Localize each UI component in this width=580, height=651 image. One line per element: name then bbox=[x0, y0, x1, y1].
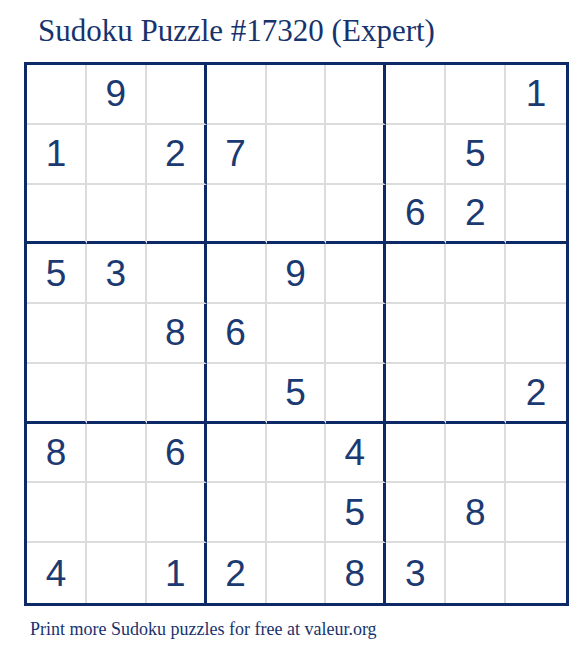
sudoku-cell-r4c6 bbox=[326, 244, 386, 304]
sudoku-cell-r5c1 bbox=[27, 304, 87, 364]
sudoku-cell-r5c2 bbox=[87, 304, 147, 364]
sudoku-cell-r4c2: 3 bbox=[87, 244, 147, 304]
sudoku-cell-r3c3 bbox=[147, 185, 207, 245]
sudoku-cell-r8c8: 8 bbox=[446, 483, 506, 543]
sudoku-cell-r5c5 bbox=[267, 304, 327, 364]
sudoku-cell-r8c4 bbox=[207, 483, 267, 543]
sudoku-cell-r7c8 bbox=[446, 424, 506, 484]
sudoku-cell-r8c5 bbox=[267, 483, 327, 543]
sudoku-cell-r2c2 bbox=[87, 125, 147, 185]
sudoku-cell-r3c1 bbox=[27, 185, 87, 245]
sudoku-cell-r4c8 bbox=[446, 244, 506, 304]
sudoku-cell-r5c9 bbox=[506, 304, 566, 364]
sudoku-cell-r9c5 bbox=[267, 543, 327, 603]
sudoku-cell-r4c9 bbox=[506, 244, 566, 304]
sudoku-cell-r9c1: 4 bbox=[27, 543, 87, 603]
sudoku-cell-r4c3 bbox=[147, 244, 207, 304]
sudoku-cell-r1c5 bbox=[267, 65, 327, 125]
sudoku-cell-r4c1: 5 bbox=[27, 244, 87, 304]
page-title: Sudoku Puzzle #17320 (Expert) bbox=[38, 13, 435, 49]
sudoku-cell-r6c6 bbox=[326, 364, 386, 424]
sudoku-cell-r9c9 bbox=[506, 543, 566, 603]
sudoku-cell-r7c3: 6 bbox=[147, 424, 207, 484]
sudoku-cell-r2c9 bbox=[506, 125, 566, 185]
sudoku-cell-r3c7: 6 bbox=[386, 185, 446, 245]
sudoku-cell-r4c7 bbox=[386, 244, 446, 304]
sudoku-cell-r1c1 bbox=[27, 65, 87, 125]
sudoku-cell-r3c6 bbox=[326, 185, 386, 245]
sudoku-cell-r8c7 bbox=[386, 483, 446, 543]
sudoku-cell-r2c1: 1 bbox=[27, 125, 87, 185]
sudoku-cell-r7c9 bbox=[506, 424, 566, 484]
sudoku-cell-r6c4 bbox=[207, 364, 267, 424]
sudoku-cell-r1c8 bbox=[446, 65, 506, 125]
sudoku-cell-r8c9 bbox=[506, 483, 566, 543]
sudoku-cell-r2c7 bbox=[386, 125, 446, 185]
sudoku-cell-r2c8: 5 bbox=[446, 125, 506, 185]
sudoku-cell-r6c8 bbox=[446, 364, 506, 424]
sudoku-cell-r6c3 bbox=[147, 364, 207, 424]
sudoku-cell-r7c7 bbox=[386, 424, 446, 484]
sudoku-cell-r9c3: 1 bbox=[147, 543, 207, 603]
sudoku-cell-r5c3: 8 bbox=[147, 304, 207, 364]
sudoku-cell-r3c4 bbox=[207, 185, 267, 245]
sudoku-cell-r8c1 bbox=[27, 483, 87, 543]
sudoku-cell-r6c2 bbox=[87, 364, 147, 424]
sudoku-cell-r9c2 bbox=[87, 543, 147, 603]
sudoku-cell-r9c6: 8 bbox=[326, 543, 386, 603]
sudoku-cell-r2c6 bbox=[326, 125, 386, 185]
sudoku-cell-r7c4 bbox=[207, 424, 267, 484]
sudoku-cell-r6c7 bbox=[386, 364, 446, 424]
sudoku-cell-r3c9 bbox=[506, 185, 566, 245]
sudoku-cell-r1c4 bbox=[207, 65, 267, 125]
sudoku-cell-r7c2 bbox=[87, 424, 147, 484]
sudoku-cell-r9c4: 2 bbox=[207, 543, 267, 603]
sudoku-cell-r2c4: 7 bbox=[207, 125, 267, 185]
sudoku-cell-r8c2 bbox=[87, 483, 147, 543]
sudoku-cell-r3c2 bbox=[87, 185, 147, 245]
sudoku-cell-r4c5: 9 bbox=[267, 244, 327, 304]
sudoku-cell-r3c5 bbox=[267, 185, 327, 245]
sudoku-cell-r6c5: 5 bbox=[267, 364, 327, 424]
sudoku-cell-r7c5 bbox=[267, 424, 327, 484]
sudoku-cell-r4c4 bbox=[207, 244, 267, 304]
sudoku-cell-r1c2: 9 bbox=[87, 65, 147, 125]
sudoku-cell-r9c7: 3 bbox=[386, 543, 446, 603]
sudoku-cell-r6c9: 2 bbox=[506, 364, 566, 424]
sudoku-cell-r5c4: 6 bbox=[207, 304, 267, 364]
sudoku-cell-r1c9: 1 bbox=[506, 65, 566, 125]
sudoku-cell-r1c3 bbox=[147, 65, 207, 125]
sudoku-cell-r5c6 bbox=[326, 304, 386, 364]
sudoku-cell-r7c6: 4 bbox=[326, 424, 386, 484]
sudoku-cell-r1c7 bbox=[386, 65, 446, 125]
sudoku-cell-r8c3 bbox=[147, 483, 207, 543]
footer-text: Print more Sudoku puzzles for free at va… bbox=[30, 619, 377, 640]
sudoku-board: 9112756253986528645841283 bbox=[24, 62, 569, 606]
sudoku-cell-r1c6 bbox=[326, 65, 386, 125]
sudoku-cell-r3c8: 2 bbox=[446, 185, 506, 245]
sudoku-cell-r7c1: 8 bbox=[27, 424, 87, 484]
sudoku-cell-r5c8 bbox=[446, 304, 506, 364]
sudoku-cell-r9c8 bbox=[446, 543, 506, 603]
sudoku-cell-r2c5 bbox=[267, 125, 327, 185]
sudoku-cell-r2c3: 2 bbox=[147, 125, 207, 185]
sudoku-cell-r5c7 bbox=[386, 304, 446, 364]
sudoku-cell-r8c6: 5 bbox=[326, 483, 386, 543]
sudoku-cell-r6c1 bbox=[27, 364, 87, 424]
